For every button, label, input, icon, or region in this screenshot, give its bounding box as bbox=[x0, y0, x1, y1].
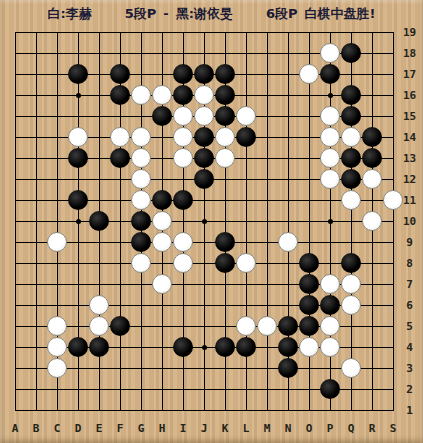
board-cell-E16[interactable] bbox=[89, 85, 110, 106]
board-cell-B5[interactable] bbox=[26, 316, 47, 337]
board-cell-L8[interactable] bbox=[236, 253, 257, 274]
board-cell-A7[interactable] bbox=[5, 274, 26, 295]
board-cell-A13[interactable] bbox=[5, 148, 26, 169]
board-cell-E4[interactable] bbox=[89, 337, 110, 358]
board-cell-F18[interactable] bbox=[110, 43, 131, 64]
board-cell-J14[interactable] bbox=[194, 127, 215, 148]
board-cell-N7[interactable] bbox=[278, 274, 299, 295]
board-cell-Q8[interactable] bbox=[341, 253, 362, 274]
board-cell-B7[interactable] bbox=[26, 274, 47, 295]
board-cell-I11[interactable] bbox=[173, 190, 194, 211]
board-cell-B11[interactable] bbox=[26, 190, 47, 211]
board-cell-H5[interactable] bbox=[152, 316, 173, 337]
board-cell-O11[interactable] bbox=[299, 190, 320, 211]
board-cell-O5[interactable] bbox=[299, 316, 320, 337]
board-cell-A8[interactable] bbox=[5, 253, 26, 274]
board-cell-L13[interactable] bbox=[236, 148, 257, 169]
board-cell-N5[interactable] bbox=[278, 316, 299, 337]
board-cell-P6[interactable] bbox=[320, 295, 341, 316]
board-cell-R10[interactable] bbox=[362, 211, 383, 232]
board-cell-Q17[interactable] bbox=[341, 64, 362, 85]
board-cell-Q1[interactable] bbox=[341, 400, 362, 421]
board-cell-R4[interactable] bbox=[362, 337, 383, 358]
board-cell-Q3[interactable] bbox=[341, 358, 362, 379]
board-cell-F16[interactable] bbox=[110, 85, 131, 106]
board-cell-H17[interactable] bbox=[152, 64, 173, 85]
board-cell-E8[interactable] bbox=[89, 253, 110, 274]
board-cell-M4[interactable] bbox=[257, 337, 278, 358]
board-cell-E9[interactable] bbox=[89, 232, 110, 253]
board-cell-I8[interactable] bbox=[173, 253, 194, 274]
board-cell-A19[interactable] bbox=[5, 22, 26, 43]
board-cell-D15[interactable] bbox=[68, 106, 89, 127]
board-cell-G13[interactable] bbox=[131, 148, 152, 169]
board-cell-C5[interactable] bbox=[47, 316, 68, 337]
board-cell-K18[interactable] bbox=[215, 43, 236, 64]
board-cell-D11[interactable] bbox=[68, 190, 89, 211]
board-cell-K11[interactable] bbox=[215, 190, 236, 211]
board-cell-L5[interactable] bbox=[236, 316, 257, 337]
board-cell-D18[interactable] bbox=[68, 43, 89, 64]
board-cell-G9[interactable] bbox=[131, 232, 152, 253]
board-cell-K15[interactable] bbox=[215, 106, 236, 127]
board-cell-F15[interactable] bbox=[110, 106, 131, 127]
board-cell-L2[interactable] bbox=[236, 379, 257, 400]
board-cell-M7[interactable] bbox=[257, 274, 278, 295]
board-cell-K8[interactable] bbox=[215, 253, 236, 274]
board-cell-A17[interactable] bbox=[5, 64, 26, 85]
board-cell-G14[interactable] bbox=[131, 127, 152, 148]
board-cell-A6[interactable] bbox=[5, 295, 26, 316]
board-cell-C4[interactable] bbox=[47, 337, 68, 358]
board-cell-C11[interactable] bbox=[47, 190, 68, 211]
board-cell-G1[interactable] bbox=[131, 400, 152, 421]
board-cell-D16[interactable] bbox=[68, 85, 89, 106]
board-cell-I2[interactable] bbox=[173, 379, 194, 400]
board-cell-A1[interactable] bbox=[5, 400, 26, 421]
board-cell-C7[interactable] bbox=[47, 274, 68, 295]
board-cell-E15[interactable] bbox=[89, 106, 110, 127]
board-cell-H10[interactable] bbox=[152, 211, 173, 232]
board-cell-K10[interactable] bbox=[215, 211, 236, 232]
board-cell-J15[interactable] bbox=[194, 106, 215, 127]
board-cell-R13[interactable] bbox=[362, 148, 383, 169]
board-cell-H9[interactable] bbox=[152, 232, 173, 253]
board-cell-C12[interactable] bbox=[47, 169, 68, 190]
board-cell-M14[interactable] bbox=[257, 127, 278, 148]
board-cell-P2[interactable] bbox=[320, 379, 341, 400]
board-cell-A14[interactable] bbox=[5, 127, 26, 148]
board-cell-E19[interactable] bbox=[89, 22, 110, 43]
board-cell-D8[interactable] bbox=[68, 253, 89, 274]
board-cell-J5[interactable] bbox=[194, 316, 215, 337]
board-cell-P9[interactable] bbox=[320, 232, 341, 253]
board-cell-E14[interactable] bbox=[89, 127, 110, 148]
board-cell-C18[interactable] bbox=[47, 43, 68, 64]
board-cell-G19[interactable] bbox=[131, 22, 152, 43]
board-cell-M8[interactable] bbox=[257, 253, 278, 274]
board-cell-B2[interactable] bbox=[26, 379, 47, 400]
board-cell-B1[interactable] bbox=[26, 400, 47, 421]
board-cell-J8[interactable] bbox=[194, 253, 215, 274]
board-cell-P18[interactable] bbox=[320, 43, 341, 64]
board-cell-G4[interactable] bbox=[131, 337, 152, 358]
board-cell-F14[interactable] bbox=[110, 127, 131, 148]
board-cell-L11[interactable] bbox=[236, 190, 257, 211]
board-cell-H11[interactable] bbox=[152, 190, 173, 211]
board-cell-A9[interactable] bbox=[5, 232, 26, 253]
board-cell-J17[interactable] bbox=[194, 64, 215, 85]
board-cell-P1[interactable] bbox=[320, 400, 341, 421]
board-cell-N9[interactable] bbox=[278, 232, 299, 253]
board-cell-I13[interactable] bbox=[173, 148, 194, 169]
board-cell-P16[interactable] bbox=[320, 85, 341, 106]
board-cell-F10[interactable] bbox=[110, 211, 131, 232]
board-cell-J6[interactable] bbox=[194, 295, 215, 316]
board-cell-O16[interactable] bbox=[299, 85, 320, 106]
board-cell-C15[interactable] bbox=[47, 106, 68, 127]
board-cell-E5[interactable] bbox=[89, 316, 110, 337]
board-cell-J1[interactable] bbox=[194, 400, 215, 421]
board-cell-I15[interactable] bbox=[173, 106, 194, 127]
board-cell-K4[interactable] bbox=[215, 337, 236, 358]
board-cell-K6[interactable] bbox=[215, 295, 236, 316]
board-cell-J12[interactable] bbox=[194, 169, 215, 190]
board-cell-H3[interactable] bbox=[152, 358, 173, 379]
board-cell-A15[interactable] bbox=[5, 106, 26, 127]
board-cell-L12[interactable] bbox=[236, 169, 257, 190]
board-cell-F5[interactable] bbox=[110, 316, 131, 337]
board-cell-J16[interactable] bbox=[194, 85, 215, 106]
board-cell-D5[interactable] bbox=[68, 316, 89, 337]
board-cell-K2[interactable] bbox=[215, 379, 236, 400]
board-cell-F8[interactable] bbox=[110, 253, 131, 274]
board-cell-P3[interactable] bbox=[320, 358, 341, 379]
board-cell-K3[interactable] bbox=[215, 358, 236, 379]
board-cell-P5[interactable] bbox=[320, 316, 341, 337]
board-cell-O2[interactable] bbox=[299, 379, 320, 400]
board-cell-I6[interactable] bbox=[173, 295, 194, 316]
board-cell-O19[interactable] bbox=[299, 22, 320, 43]
board-cell-L7[interactable] bbox=[236, 274, 257, 295]
board-cell-B10[interactable] bbox=[26, 211, 47, 232]
board-cell-K19[interactable] bbox=[215, 22, 236, 43]
board-cell-F4[interactable] bbox=[110, 337, 131, 358]
board-cell-M9[interactable] bbox=[257, 232, 278, 253]
board-cell-L6[interactable] bbox=[236, 295, 257, 316]
board-cell-C1[interactable] bbox=[47, 400, 68, 421]
board-cell-Q5[interactable] bbox=[341, 316, 362, 337]
board-cell-O12[interactable] bbox=[299, 169, 320, 190]
board-cell-C2[interactable] bbox=[47, 379, 68, 400]
board-cell-K7[interactable] bbox=[215, 274, 236, 295]
board-cell-R15[interactable] bbox=[362, 106, 383, 127]
board-cell-A5[interactable] bbox=[5, 316, 26, 337]
board-cell-R6[interactable] bbox=[362, 295, 383, 316]
board-cell-C8[interactable] bbox=[47, 253, 68, 274]
board-cell-R5[interactable] bbox=[362, 316, 383, 337]
board-cell-J19[interactable] bbox=[194, 22, 215, 43]
board-cell-P4[interactable] bbox=[320, 337, 341, 358]
board-cell-O8[interactable] bbox=[299, 253, 320, 274]
board-cell-M17[interactable] bbox=[257, 64, 278, 85]
board-cell-R17[interactable] bbox=[362, 64, 383, 85]
board-cell-K16[interactable] bbox=[215, 85, 236, 106]
board-cell-G15[interactable] bbox=[131, 106, 152, 127]
board-cell-A3[interactable] bbox=[5, 358, 26, 379]
board-cell-B4[interactable] bbox=[26, 337, 47, 358]
board-cell-R1[interactable] bbox=[362, 400, 383, 421]
board-cell-Q18[interactable] bbox=[341, 43, 362, 64]
board-cell-N8[interactable] bbox=[278, 253, 299, 274]
board-cell-H16[interactable] bbox=[152, 85, 173, 106]
board-cell-L3[interactable] bbox=[236, 358, 257, 379]
board-cell-G7[interactable] bbox=[131, 274, 152, 295]
board-cell-B17[interactable] bbox=[26, 64, 47, 85]
board-cell-F17[interactable] bbox=[110, 64, 131, 85]
board-cell-Q11[interactable] bbox=[341, 190, 362, 211]
board-cell-E7[interactable] bbox=[89, 274, 110, 295]
board-cell-G8[interactable] bbox=[131, 253, 152, 274]
board-cell-I3[interactable] bbox=[173, 358, 194, 379]
board-cell-L17[interactable] bbox=[236, 64, 257, 85]
board-cell-G3[interactable] bbox=[131, 358, 152, 379]
board-cell-N17[interactable] bbox=[278, 64, 299, 85]
board-cell-R9[interactable] bbox=[362, 232, 383, 253]
board-cell-P19[interactable] bbox=[320, 22, 341, 43]
board-cell-G5[interactable] bbox=[131, 316, 152, 337]
board-cell-Q4[interactable] bbox=[341, 337, 362, 358]
board-cell-D2[interactable] bbox=[68, 379, 89, 400]
board-cell-L16[interactable] bbox=[236, 85, 257, 106]
board-cell-Q13[interactable] bbox=[341, 148, 362, 169]
board-cell-A12[interactable] bbox=[5, 169, 26, 190]
board-cell-G18[interactable] bbox=[131, 43, 152, 64]
board-cell-A2[interactable] bbox=[5, 379, 26, 400]
board-cell-J4[interactable] bbox=[194, 337, 215, 358]
board-cell-A18[interactable] bbox=[5, 43, 26, 64]
board-cell-J11[interactable] bbox=[194, 190, 215, 211]
board-cell-E18[interactable] bbox=[89, 43, 110, 64]
board-cell-C19[interactable] bbox=[47, 22, 68, 43]
board-cell-H12[interactable] bbox=[152, 169, 173, 190]
board-cell-D7[interactable] bbox=[68, 274, 89, 295]
board-cell-L15[interactable] bbox=[236, 106, 257, 127]
board-cell-G10[interactable] bbox=[131, 211, 152, 232]
board-cell-G2[interactable] bbox=[131, 379, 152, 400]
board-cell-I12[interactable] bbox=[173, 169, 194, 190]
board-cell-I5[interactable] bbox=[173, 316, 194, 337]
board-cell-H6[interactable] bbox=[152, 295, 173, 316]
board-cell-P11[interactable] bbox=[320, 190, 341, 211]
board-cell-H7[interactable] bbox=[152, 274, 173, 295]
board-cell-J10[interactable] bbox=[194, 211, 215, 232]
board-cell-N6[interactable] bbox=[278, 295, 299, 316]
board-cell-D3[interactable] bbox=[68, 358, 89, 379]
board-cell-J3[interactable] bbox=[194, 358, 215, 379]
board-cell-N18[interactable] bbox=[278, 43, 299, 64]
board-cell-O18[interactable] bbox=[299, 43, 320, 64]
board-cell-R12[interactable] bbox=[362, 169, 383, 190]
board-cell-D1[interactable] bbox=[68, 400, 89, 421]
board-cell-R14[interactable] bbox=[362, 127, 383, 148]
board-cell-P8[interactable] bbox=[320, 253, 341, 274]
board-cell-I17[interactable] bbox=[173, 64, 194, 85]
board-cell-A10[interactable] bbox=[5, 211, 26, 232]
board-cell-H14[interactable] bbox=[152, 127, 173, 148]
board-cell-D13[interactable] bbox=[68, 148, 89, 169]
board-cell-D17[interactable] bbox=[68, 64, 89, 85]
board-cell-J2[interactable] bbox=[194, 379, 215, 400]
board-cell-M19[interactable] bbox=[257, 22, 278, 43]
board-cell-Q9[interactable] bbox=[341, 232, 362, 253]
board-cell-H2[interactable] bbox=[152, 379, 173, 400]
board-cell-M11[interactable] bbox=[257, 190, 278, 211]
board-cell-R3[interactable] bbox=[362, 358, 383, 379]
board-cell-O6[interactable] bbox=[299, 295, 320, 316]
board-cell-F19[interactable] bbox=[110, 22, 131, 43]
board-cell-Q16[interactable] bbox=[341, 85, 362, 106]
board-cell-B16[interactable] bbox=[26, 85, 47, 106]
board-cell-M10[interactable] bbox=[257, 211, 278, 232]
board-cell-P13[interactable] bbox=[320, 148, 341, 169]
board-cell-N14[interactable] bbox=[278, 127, 299, 148]
board-cell-N11[interactable] bbox=[278, 190, 299, 211]
board-cell-N12[interactable] bbox=[278, 169, 299, 190]
board-cell-R19[interactable] bbox=[362, 22, 383, 43]
board-cell-L9[interactable] bbox=[236, 232, 257, 253]
board-cell-I1[interactable] bbox=[173, 400, 194, 421]
board-cell-E1[interactable] bbox=[89, 400, 110, 421]
board-cell-P12[interactable] bbox=[320, 169, 341, 190]
board-cell-O17[interactable] bbox=[299, 64, 320, 85]
board-cell-H18[interactable] bbox=[152, 43, 173, 64]
board-cell-E12[interactable] bbox=[89, 169, 110, 190]
board-cell-C13[interactable] bbox=[47, 148, 68, 169]
board-cell-D10[interactable] bbox=[68, 211, 89, 232]
board-cell-D9[interactable] bbox=[68, 232, 89, 253]
board-cell-D4[interactable] bbox=[68, 337, 89, 358]
board-cell-R8[interactable] bbox=[362, 253, 383, 274]
board-cell-I18[interactable] bbox=[173, 43, 194, 64]
board-cell-B9[interactable] bbox=[26, 232, 47, 253]
board-cell-G16[interactable] bbox=[131, 85, 152, 106]
board-cell-L19[interactable] bbox=[236, 22, 257, 43]
board-cell-L1[interactable] bbox=[236, 400, 257, 421]
board-cell-L18[interactable] bbox=[236, 43, 257, 64]
board-cell-I19[interactable] bbox=[173, 22, 194, 43]
board-cell-M2[interactable] bbox=[257, 379, 278, 400]
board-cell-B19[interactable] bbox=[26, 22, 47, 43]
board-cell-M5[interactable] bbox=[257, 316, 278, 337]
board-cell-F11[interactable] bbox=[110, 190, 131, 211]
board-cell-N16[interactable] bbox=[278, 85, 299, 106]
board-cell-M13[interactable] bbox=[257, 148, 278, 169]
board-cell-I4[interactable] bbox=[173, 337, 194, 358]
board-cell-C3[interactable] bbox=[47, 358, 68, 379]
board-cell-I7[interactable] bbox=[173, 274, 194, 295]
board-cell-R7[interactable] bbox=[362, 274, 383, 295]
board-cell-H13[interactable] bbox=[152, 148, 173, 169]
board-cell-R16[interactable] bbox=[362, 85, 383, 106]
board-cell-Q2[interactable] bbox=[341, 379, 362, 400]
board-cell-M12[interactable] bbox=[257, 169, 278, 190]
board-cell-N3[interactable] bbox=[278, 358, 299, 379]
board-cell-N2[interactable] bbox=[278, 379, 299, 400]
board-cell-O1[interactable] bbox=[299, 400, 320, 421]
board-cell-C14[interactable] bbox=[47, 127, 68, 148]
board-cell-O14[interactable] bbox=[299, 127, 320, 148]
board-cell-I9[interactable] bbox=[173, 232, 194, 253]
board-cell-D19[interactable] bbox=[68, 22, 89, 43]
board-cell-D6[interactable] bbox=[68, 295, 89, 316]
board-cell-D14[interactable] bbox=[68, 127, 89, 148]
board-cell-F6[interactable] bbox=[110, 295, 131, 316]
board-cell-B13[interactable] bbox=[26, 148, 47, 169]
board-cell-G11[interactable] bbox=[131, 190, 152, 211]
board-cell-L4[interactable] bbox=[236, 337, 257, 358]
board-cell-O7[interactable] bbox=[299, 274, 320, 295]
board-cell-N15[interactable] bbox=[278, 106, 299, 127]
board-cell-K12[interactable] bbox=[215, 169, 236, 190]
board-cell-B18[interactable] bbox=[26, 43, 47, 64]
board-cell-F9[interactable] bbox=[110, 232, 131, 253]
board-cell-K13[interactable] bbox=[215, 148, 236, 169]
board-cell-C9[interactable] bbox=[47, 232, 68, 253]
board-cell-P15[interactable] bbox=[320, 106, 341, 127]
board-cell-E17[interactable] bbox=[89, 64, 110, 85]
board-cell-Q15[interactable] bbox=[341, 106, 362, 127]
board-cell-F7[interactable] bbox=[110, 274, 131, 295]
board-cell-Q10[interactable] bbox=[341, 211, 362, 232]
board-cell-Q14[interactable] bbox=[341, 127, 362, 148]
board-cell-M3[interactable] bbox=[257, 358, 278, 379]
board-cell-B8[interactable] bbox=[26, 253, 47, 274]
board-cell-H19[interactable] bbox=[152, 22, 173, 43]
board-cell-B14[interactable] bbox=[26, 127, 47, 148]
board-cell-E11[interactable] bbox=[89, 190, 110, 211]
board-cell-N10[interactable] bbox=[278, 211, 299, 232]
board-cell-J7[interactable] bbox=[194, 274, 215, 295]
board-cell-G17[interactable] bbox=[131, 64, 152, 85]
board-cell-K9[interactable] bbox=[215, 232, 236, 253]
board-cell-J9[interactable] bbox=[194, 232, 215, 253]
board-cell-C16[interactable] bbox=[47, 85, 68, 106]
board-cell-R2[interactable] bbox=[362, 379, 383, 400]
board-cell-N19[interactable] bbox=[278, 22, 299, 43]
board-cell-F13[interactable] bbox=[110, 148, 131, 169]
board-cell-D12[interactable] bbox=[68, 169, 89, 190]
board-cell-E10[interactable] bbox=[89, 211, 110, 232]
board-cell-M16[interactable] bbox=[257, 85, 278, 106]
board-cell-M1[interactable] bbox=[257, 400, 278, 421]
board-cell-A4[interactable] bbox=[5, 337, 26, 358]
board-cell-Q19[interactable] bbox=[341, 22, 362, 43]
board-cell-O9[interactable] bbox=[299, 232, 320, 253]
board-cell-L14[interactable] bbox=[236, 127, 257, 148]
board-cell-N13[interactable] bbox=[278, 148, 299, 169]
board-cell-N1[interactable] bbox=[278, 400, 299, 421]
board-cell-E6[interactable] bbox=[89, 295, 110, 316]
board-cell-P10[interactable] bbox=[320, 211, 341, 232]
board-cell-F2[interactable] bbox=[110, 379, 131, 400]
board-cell-P14[interactable] bbox=[320, 127, 341, 148]
board-cell-M6[interactable] bbox=[257, 295, 278, 316]
board-cell-A16[interactable] bbox=[5, 85, 26, 106]
board-cell-K1[interactable] bbox=[215, 400, 236, 421]
board-cell-O3[interactable] bbox=[299, 358, 320, 379]
board-cell-Q6[interactable] bbox=[341, 295, 362, 316]
